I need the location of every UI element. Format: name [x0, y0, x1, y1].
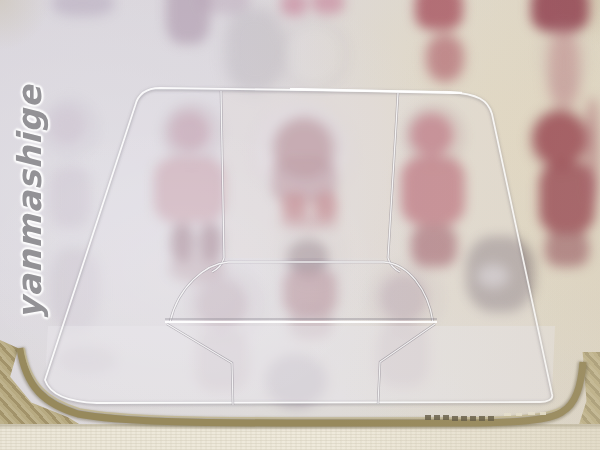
watermark-text: yanmashige [10, 85, 49, 319]
photo: yanmashige [0, 0, 600, 450]
stand-center-panel-tint [222, 91, 398, 258]
plastic-stand-graphic [0, 0, 600, 450]
stand-lower-milky-fill [45, 326, 555, 403]
